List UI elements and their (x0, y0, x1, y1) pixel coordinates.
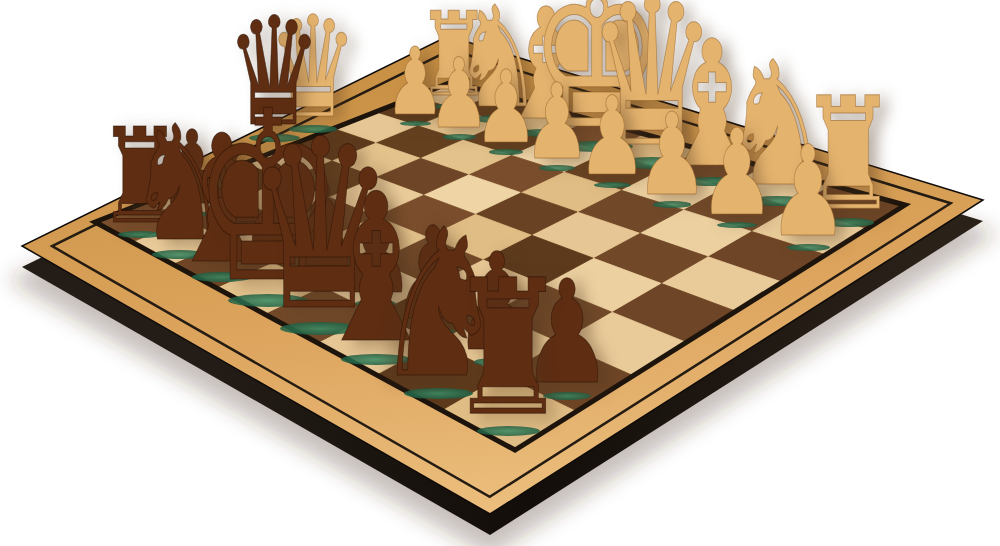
chess-set-photo: ♜♞♟♛♝♟♛♚♟♛♟♝♟♞♟♟♜♟♟♜♟♟♞♟♝♟♚♛♟♝♟♞♟♜ (0, 0, 1000, 546)
pieces-layer: ♜♞♟♛♝♟♛♚♟♛♟♝♟♞♟♟♜♟♟♜♟♟♞♟♝♟♚♛♟♝♟♞♟♜ (0, 0, 1000, 546)
pawn-glyph: ♟ (768, 130, 849, 255)
pawn-glyph: ♟ (699, 113, 776, 232)
rook-glyph: ♜ (448, 256, 568, 443)
